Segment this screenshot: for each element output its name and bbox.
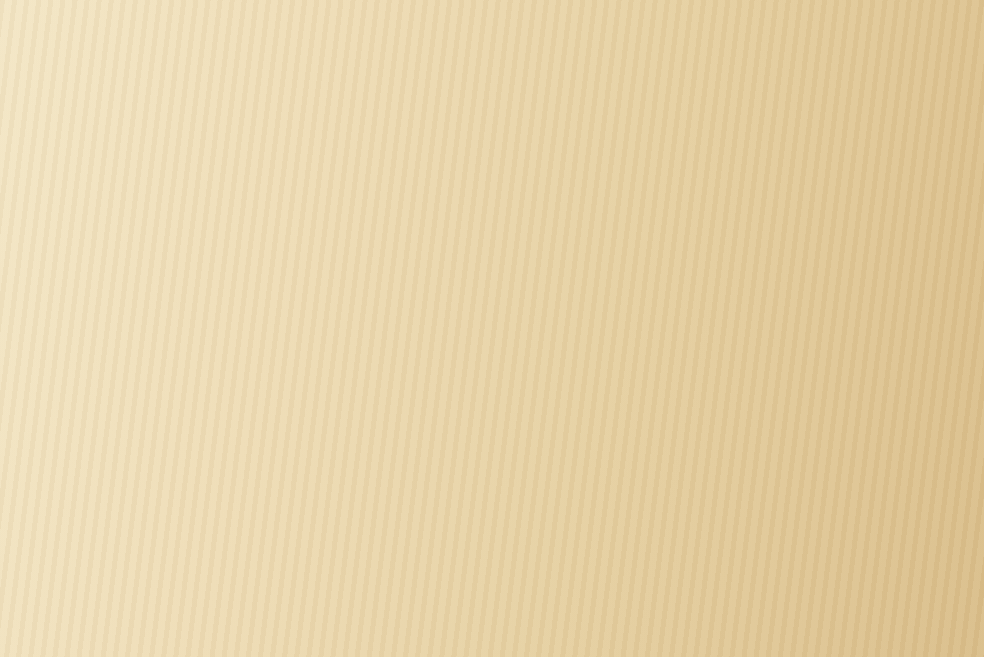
scene	[0, 0, 984, 657]
pieces-layer	[0, 0, 984, 657]
